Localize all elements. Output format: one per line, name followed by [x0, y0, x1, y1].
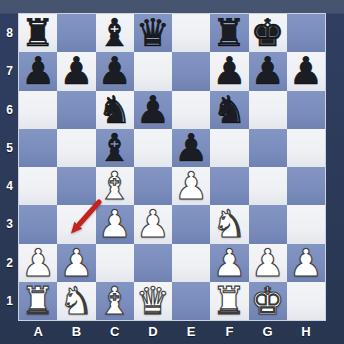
square-a3[interactable]: [19, 205, 57, 243]
rank-label-1: 1: [0, 282, 19, 320]
square-f7[interactable]: ♟: [210, 52, 248, 90]
rank-label-7: 7: [0, 52, 19, 90]
file-label-c: C: [96, 320, 134, 342]
black-pawn: ♟: [59, 52, 93, 90]
square-g2[interactable]: ♟: [249, 244, 287, 282]
square-b5[interactable]: [57, 129, 95, 167]
square-f1[interactable]: ♜: [210, 282, 248, 320]
square-b6[interactable]: [57, 91, 95, 129]
square-b7[interactable]: ♟: [57, 52, 95, 90]
white-pawn: ♟: [21, 244, 55, 282]
file-label-a: A: [19, 320, 57, 342]
white-pawn: ♟: [251, 244, 285, 282]
square-a4[interactable]: [19, 167, 57, 205]
black-pawn: ♟: [136, 91, 170, 129]
square-g3[interactable]: [249, 205, 287, 243]
square-f5[interactable]: [210, 129, 248, 167]
black-king: ♚: [251, 14, 285, 52]
square-a6[interactable]: [19, 91, 57, 129]
square-g1[interactable]: ♚: [249, 282, 287, 320]
square-f4[interactable]: [210, 167, 248, 205]
black-rook: ♜: [212, 14, 246, 52]
rank-label-6: 6: [0, 91, 19, 129]
square-b2[interactable]: ♟: [57, 244, 95, 282]
white-pawn: ♟: [59, 244, 93, 282]
square-e5[interactable]: ♟: [172, 129, 210, 167]
rank-label-8: 8: [0, 14, 19, 52]
square-c4[interactable]: ♝: [96, 167, 134, 205]
square-d2[interactable]: [134, 244, 172, 282]
square-e6[interactable]: [172, 91, 210, 129]
square-c8[interactable]: ♝: [96, 14, 134, 52]
square-g5[interactable]: [249, 129, 287, 167]
square-d5[interactable]: [134, 129, 172, 167]
square-h2[interactable]: ♟: [287, 244, 325, 282]
square-d6[interactable]: ♟: [134, 91, 172, 129]
file-label-d: D: [134, 320, 172, 342]
square-c1[interactable]: ♝: [96, 282, 134, 320]
file-labels: ABCDEFGH: [19, 320, 325, 342]
file-label-g: G: [249, 320, 287, 342]
square-g4[interactable]: [249, 167, 287, 205]
black-pawn: ♟: [212, 52, 246, 90]
square-b1[interactable]: ♞: [57, 282, 95, 320]
square-c2[interactable]: [96, 244, 134, 282]
white-king: ♚: [251, 282, 285, 320]
square-d4[interactable]: [134, 167, 172, 205]
square-h7[interactable]: ♟: [287, 52, 325, 90]
rank-label-3: 3: [0, 205, 19, 243]
square-c7[interactable]: ♟: [96, 52, 134, 90]
square-a1[interactable]: ♜: [19, 282, 57, 320]
square-d8[interactable]: ♛: [134, 14, 172, 52]
square-e3[interactable]: [172, 205, 210, 243]
square-b3[interactable]: [57, 205, 95, 243]
square-e2[interactable]: [172, 244, 210, 282]
black-rook: ♜: [21, 14, 55, 52]
file-label-e: E: [172, 320, 210, 342]
black-bishop: ♝: [98, 129, 132, 167]
white-bishop: ♝: [98, 282, 132, 320]
square-f8[interactable]: ♜: [210, 14, 248, 52]
square-f2[interactable]: ♟: [210, 244, 248, 282]
rank-labels: 87654321: [0, 14, 19, 320]
square-h8[interactable]: [287, 14, 325, 52]
white-pawn: ♟: [174, 167, 208, 205]
white-pawn: ♟: [289, 244, 323, 282]
square-h6[interactable]: [287, 91, 325, 129]
white-rook: ♜: [21, 282, 55, 320]
rank-label-4: 4: [0, 167, 19, 205]
square-h4[interactable]: [287, 167, 325, 205]
square-g8[interactable]: ♚: [249, 14, 287, 52]
black-knight: ♞: [98, 91, 132, 129]
square-a5[interactable]: [19, 129, 57, 167]
square-d7[interactable]: [134, 52, 172, 90]
rank-label-5: 5: [0, 129, 19, 167]
square-a7[interactable]: ♟: [19, 52, 57, 90]
square-d1[interactable]: ♛: [134, 282, 172, 320]
square-e4[interactable]: ♟: [172, 167, 210, 205]
black-pawn: ♟: [21, 52, 55, 90]
square-b8[interactable]: [57, 14, 95, 52]
file-label-b: B: [57, 320, 95, 342]
black-queen: ♛: [136, 14, 170, 52]
square-e8[interactable]: [172, 14, 210, 52]
white-knight: ♞: [59, 282, 93, 320]
rank-label-2: 2: [0, 244, 19, 282]
square-e7[interactable]: [172, 52, 210, 90]
white-pawn: ♟: [212, 244, 246, 282]
black-knight: ♞: [212, 91, 246, 129]
square-h3[interactable]: [287, 205, 325, 243]
square-c6[interactable]: ♞: [96, 91, 134, 129]
square-f3[interactable]: ♞: [210, 205, 248, 243]
square-g6[interactable]: [249, 91, 287, 129]
square-f6[interactable]: ♞: [210, 91, 248, 129]
white-bishop: ♝: [98, 167, 132, 205]
black-pawn: ♟: [174, 129, 208, 167]
file-label-h: H: [287, 320, 325, 342]
white-queen: ♛: [136, 282, 170, 320]
square-h5[interactable]: [287, 129, 325, 167]
square-a8[interactable]: ♜: [19, 14, 57, 52]
chess-board-frame: 87654321 ♜♝♛♜♚♟♟♟♟♟♟♞♟♞♝♟♝♟♟♟♞♟♟♟♟♟♜♞♝♛♜…: [0, 0, 344, 344]
white-pawn: ♟: [136, 205, 170, 243]
square-e1[interactable]: [172, 282, 210, 320]
white-knight: ♞: [212, 205, 246, 243]
file-label-f: F: [210, 320, 248, 342]
black-pawn: ♟: [98, 52, 132, 90]
square-a2[interactable]: ♟: [19, 244, 57, 282]
white-rook: ♜: [212, 282, 246, 320]
chess-board: ♜♝♛♜♚♟♟♟♟♟♟♞♟♞♝♟♝♟♟♟♞♟♟♟♟♟♜♞♝♛♜♚: [19, 14, 325, 320]
black-pawn: ♟: [251, 52, 285, 90]
white-pawn: ♟: [98, 205, 132, 243]
black-bishop: ♝: [98, 14, 132, 52]
square-g7[interactable]: ♟: [249, 52, 287, 90]
square-h1[interactable]: [287, 282, 325, 320]
black-pawn: ♟: [289, 52, 323, 90]
square-c5[interactable]: ♝: [96, 129, 134, 167]
square-d3[interactable]: ♟: [134, 205, 172, 243]
square-b4[interactable]: [57, 167, 95, 205]
square-c3[interactable]: ♟: [96, 205, 134, 243]
